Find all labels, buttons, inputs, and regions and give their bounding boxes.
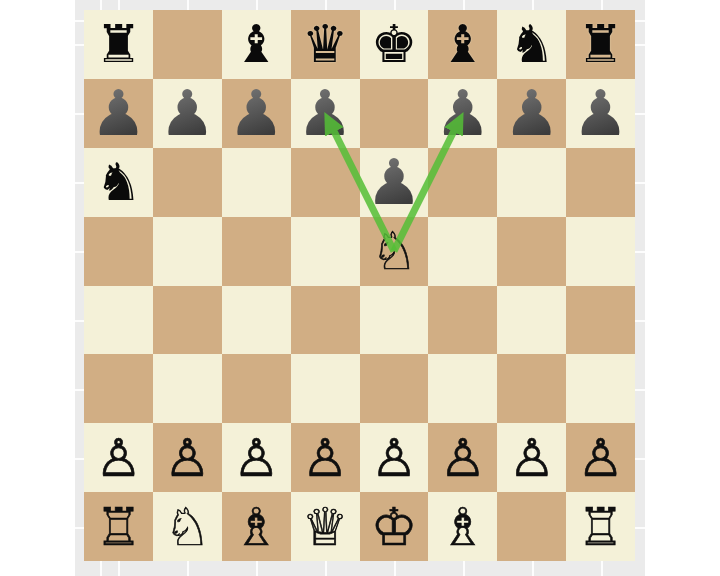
- square-b1[interactable]: ♘: [153, 492, 222, 561]
- piece-white-pawn-f2[interactable]: ♙: [440, 432, 487, 484]
- square-e4[interactable]: [360, 286, 429, 355]
- square-d8[interactable]: ♛: [291, 10, 360, 79]
- piece-white-bishop-f1[interactable]: ♗: [440, 501, 487, 553]
- square-e6[interactable]: ♟: [360, 148, 429, 217]
- piece-white-knight-b1[interactable]: ♘: [164, 501, 211, 553]
- square-f8[interactable]: ♝: [428, 10, 497, 79]
- piece-white-queen-d1[interactable]: ♕: [302, 501, 349, 553]
- piece-black-knight-g8[interactable]: ♞: [508, 18, 555, 70]
- piece-white-pawn-c2[interactable]: ♙: [233, 432, 280, 484]
- square-f5[interactable]: [428, 217, 497, 286]
- piece-white-pawn-a2[interactable]: ♙: [95, 432, 142, 484]
- piece-black-pawn-d7[interactable]: ♟: [297, 82, 353, 145]
- square-g7[interactable]: ♟: [497, 79, 566, 148]
- square-b2[interactable]: ♙: [153, 423, 222, 492]
- piece-white-pawn-b2[interactable]: ♙: [164, 432, 211, 484]
- piece-black-rook-h8[interactable]: ♜: [577, 18, 624, 70]
- square-d4[interactable]: [291, 286, 360, 355]
- piece-white-pawn-d2[interactable]: ♙: [302, 432, 349, 484]
- square-c2[interactable]: ♙: [222, 423, 291, 492]
- square-g8[interactable]: ♞: [497, 10, 566, 79]
- square-d2[interactable]: ♙: [291, 423, 360, 492]
- square-f3[interactable]: [428, 354, 497, 423]
- square-d7[interactable]: ♟: [291, 79, 360, 148]
- square-h2[interactable]: ♙: [566, 423, 635, 492]
- square-a3[interactable]: [84, 354, 153, 423]
- piece-black-pawn-c7[interactable]: ♟: [228, 82, 284, 145]
- square-e2[interactable]: ♙: [360, 423, 429, 492]
- square-d3[interactable]: [291, 354, 360, 423]
- square-g6[interactable]: [497, 148, 566, 217]
- square-b6[interactable]: [153, 148, 222, 217]
- square-c4[interactable]: [222, 286, 291, 355]
- square-h7[interactable]: ♟: [566, 79, 635, 148]
- piece-black-pawn-e6[interactable]: ♟: [366, 151, 422, 214]
- square-f2[interactable]: ♙: [428, 423, 497, 492]
- square-b5[interactable]: [153, 217, 222, 286]
- square-g1[interactable]: [497, 492, 566, 561]
- piece-white-rook-h1[interactable]: ♖: [577, 501, 624, 553]
- square-a1[interactable]: ♖: [84, 492, 153, 561]
- square-f1[interactable]: ♗: [428, 492, 497, 561]
- square-c7[interactable]: ♟: [222, 79, 291, 148]
- chess-board: ♜♝♛♚♝♞♜♟♟♟♟♟♟♟♞♟♘♙♙♙♙♙♙♙♙♖♘♗♕♔♗♖: [84, 10, 635, 561]
- square-h4[interactable]: [566, 286, 635, 355]
- square-d6[interactable]: [291, 148, 360, 217]
- square-c3[interactable]: [222, 354, 291, 423]
- piece-white-pawn-h2[interactable]: ♙: [577, 432, 624, 484]
- square-f4[interactable]: [428, 286, 497, 355]
- square-h5[interactable]: [566, 217, 635, 286]
- square-d5[interactable]: [291, 217, 360, 286]
- piece-black-pawn-a7[interactable]: ♟: [90, 82, 146, 145]
- square-f6[interactable]: [428, 148, 497, 217]
- square-e1[interactable]: ♔: [360, 492, 429, 561]
- square-h3[interactable]: [566, 354, 635, 423]
- piece-black-pawn-b7[interactable]: ♟: [159, 82, 215, 145]
- square-c8[interactable]: ♝: [222, 10, 291, 79]
- square-g3[interactable]: [497, 354, 566, 423]
- page: ♜♝♛♚♝♞♜♟♟♟♟♟♟♟♞♟♘♙♙♙♙♙♙♙♙♖♘♗♕♔♗♖: [0, 0, 720, 576]
- piece-black-knight-a6[interactable]: ♞: [95, 156, 142, 208]
- square-a4[interactable]: [84, 286, 153, 355]
- piece-white-knight-e5[interactable]: ♘: [371, 225, 418, 277]
- square-e5[interactable]: ♘: [360, 217, 429, 286]
- square-b8[interactable]: [153, 10, 222, 79]
- piece-black-bishop-f8[interactable]: ♝: [440, 18, 487, 70]
- square-a7[interactable]: ♟: [84, 79, 153, 148]
- piece-white-pawn-g2[interactable]: ♙: [508, 432, 555, 484]
- square-g4[interactable]: [497, 286, 566, 355]
- square-f7[interactable]: ♟: [428, 79, 497, 148]
- square-e7[interactable]: [360, 79, 429, 148]
- square-h8[interactable]: ♜: [566, 10, 635, 79]
- piece-black-pawn-g7[interactable]: ♟: [503, 82, 559, 145]
- square-a2[interactable]: ♙: [84, 423, 153, 492]
- piece-black-pawn-h7[interactable]: ♟: [572, 82, 628, 145]
- square-b7[interactable]: ♟: [153, 79, 222, 148]
- square-a5[interactable]: [84, 217, 153, 286]
- square-c5[interactable]: [222, 217, 291, 286]
- piece-black-king-e8[interactable]: ♚: [371, 18, 418, 70]
- piece-white-king-e1[interactable]: ♔: [371, 501, 418, 553]
- square-g5[interactable]: [497, 217, 566, 286]
- piece-black-rook-a8[interactable]: ♜: [95, 18, 142, 70]
- square-b4[interactable]: [153, 286, 222, 355]
- square-c1[interactable]: ♗: [222, 492, 291, 561]
- square-c6[interactable]: [222, 148, 291, 217]
- square-b3[interactable]: [153, 354, 222, 423]
- square-h6[interactable]: [566, 148, 635, 217]
- square-h1[interactable]: ♖: [566, 492, 635, 561]
- piece-white-pawn-e2[interactable]: ♙: [371, 432, 418, 484]
- piece-black-bishop-c8[interactable]: ♝: [233, 18, 280, 70]
- square-a8[interactable]: ♜: [84, 10, 153, 79]
- piece-white-bishop-c1[interactable]: ♗: [233, 501, 280, 553]
- piece-white-rook-a1[interactable]: ♖: [95, 501, 142, 553]
- square-d1[interactable]: ♕: [291, 492, 360, 561]
- piece-black-queen-d8[interactable]: ♛: [302, 18, 349, 70]
- square-g2[interactable]: ♙: [497, 423, 566, 492]
- square-e3[interactable]: [360, 354, 429, 423]
- piece-black-pawn-f7[interactable]: ♟: [435, 82, 491, 145]
- square-e8[interactable]: ♚: [360, 10, 429, 79]
- square-a6[interactable]: ♞: [84, 148, 153, 217]
